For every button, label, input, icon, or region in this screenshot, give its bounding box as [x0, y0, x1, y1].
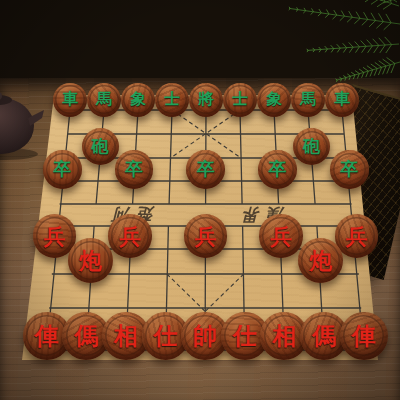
piece-black-advisor[interactable]: 士 [223, 83, 257, 117]
piece-black-elephant[interactable]: 象 [121, 83, 155, 117]
piece-character: 馬 [87, 83, 121, 117]
piece-character: 兵 [259, 214, 302, 257]
piece-black-chariot[interactable]: 車 [325, 83, 359, 117]
piece-black-soldier[interactable]: 卒 [43, 150, 82, 189]
piece-character: 兵 [184, 214, 227, 257]
piece-character: 車 [325, 83, 359, 117]
piece-red-soldier[interactable]: 兵 [108, 214, 151, 257]
piece-character: 士 [223, 83, 257, 117]
piece-character: 砲 [293, 128, 330, 165]
piece-red-soldier[interactable]: 兵 [184, 214, 227, 257]
piece-black-soldier[interactable]: 卒 [115, 150, 154, 189]
piece-black-horse[interactable]: 馬 [291, 83, 325, 117]
piece-red-cannon[interactable]: 炮 [298, 238, 343, 283]
piece-black-horse[interactable]: 馬 [87, 83, 121, 117]
piece-character: 卒 [258, 150, 297, 189]
piece-character: 砲 [82, 128, 119, 165]
piece-character: 炮 [298, 238, 343, 283]
piece-black-chariot[interactable]: 車 [53, 83, 87, 117]
piece-black-soldier[interactable]: 卒 [186, 150, 225, 189]
piece-character: 士 [155, 83, 189, 117]
piece-character: 象 [121, 83, 155, 117]
piece-black-soldier[interactable]: 卒 [258, 150, 297, 189]
piece-character: 象 [257, 83, 291, 117]
piece-black-soldier[interactable]: 卒 [330, 150, 369, 189]
piece-black-general[interactable]: 將 [189, 83, 223, 117]
piece-black-cannon[interactable]: 砲 [82, 128, 119, 165]
piece-character: 馬 [291, 83, 325, 117]
piece-character: 將 [189, 83, 223, 117]
piece-red-chariot[interactable]: 俥 [340, 312, 388, 360]
piece-red-cannon[interactable]: 炮 [68, 238, 113, 283]
piece-black-elephant[interactable]: 象 [257, 83, 291, 117]
piece-character: 卒 [43, 150, 82, 189]
piece-red-soldier[interactable]: 兵 [259, 214, 302, 257]
piece-black-advisor[interactable]: 士 [155, 83, 189, 117]
pieces-layer: 車馬象士將士象馬車砲砲卒卒卒卒卒兵兵兵兵兵炮炮俥傌相仕帥仕相傌俥 [0, 0, 400, 400]
piece-character: 車 [53, 83, 87, 117]
scene: 楚河 漢界 車馬象士將士象馬車砲砲卒卒卒卒卒兵兵兵兵兵炮炮俥傌相仕帥仕相傌俥 [0, 0, 400, 400]
piece-character: 卒 [330, 150, 369, 189]
piece-character: 炮 [68, 238, 113, 283]
piece-character: 俥 [340, 312, 388, 360]
piece-character: 卒 [115, 150, 154, 189]
piece-character: 兵 [108, 214, 151, 257]
piece-black-cannon[interactable]: 砲 [293, 128, 330, 165]
piece-character: 卒 [186, 150, 225, 189]
